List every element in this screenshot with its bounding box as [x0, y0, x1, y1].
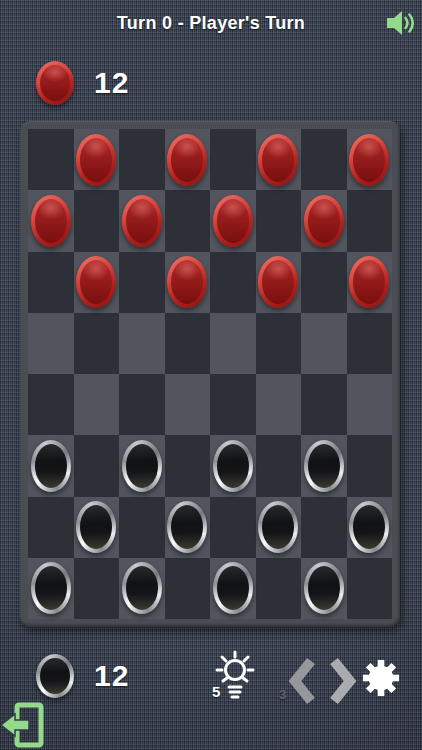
square-r0c6 — [301, 129, 347, 190]
square-r7c4[interactable] — [210, 558, 256, 619]
square-r2c6 — [301, 252, 347, 313]
square-r5c3 — [165, 435, 211, 496]
square-r3c2[interactable] — [119, 313, 165, 374]
exit-icon — [0, 701, 48, 749]
sound-button[interactable] — [385, 9, 417, 37]
square-r6c2 — [119, 497, 165, 558]
red-piece[interactable] — [258, 134, 298, 186]
square-r1c6[interactable] — [301, 190, 347, 251]
square-r3c4[interactable] — [210, 313, 256, 374]
square-r6c3[interactable] — [165, 497, 211, 558]
square-r5c4[interactable] — [210, 435, 256, 496]
square-r2c4 — [210, 252, 256, 313]
exit-button[interactable] — [0, 701, 48, 749]
checkers-board — [20, 121, 400, 627]
square-r1c2[interactable] — [119, 190, 165, 251]
square-r7c5 — [256, 558, 302, 619]
red-piece[interactable] — [76, 134, 116, 186]
settings-button[interactable] — [362, 659, 400, 697]
square-r2c7[interactable] — [347, 252, 393, 313]
square-r1c3 — [165, 190, 211, 251]
redo-button[interactable] — [330, 656, 358, 706]
square-r6c4 — [210, 497, 256, 558]
black-piece[interactable] — [213, 562, 253, 614]
square-r5c1 — [74, 435, 120, 496]
square-r3c0[interactable] — [28, 313, 74, 374]
red-player-hud: 12 — [36, 61, 129, 105]
square-r2c5[interactable] — [256, 252, 302, 313]
board-grid — [28, 129, 392, 619]
speaker-icon — [385, 9, 417, 37]
square-r7c3 — [165, 558, 211, 619]
square-r4c6 — [301, 374, 347, 435]
square-r2c3[interactable] — [165, 252, 211, 313]
black-piece[interactable] — [122, 440, 162, 492]
square-r0c0 — [28, 129, 74, 190]
square-r1c0[interactable] — [28, 190, 74, 251]
undo-count-badge: 3 — [279, 687, 286, 702]
red-piece[interactable] — [258, 256, 298, 308]
square-r7c2[interactable] — [119, 558, 165, 619]
square-r0c2 — [119, 129, 165, 190]
square-r7c1 — [74, 558, 120, 619]
square-r5c0[interactable] — [28, 435, 74, 496]
square-r3c1 — [74, 313, 120, 374]
red-piece[interactable] — [167, 256, 207, 308]
square-r4c0 — [28, 374, 74, 435]
square-r4c7[interactable] — [347, 374, 393, 435]
black-piece[interactable] — [31, 562, 71, 614]
square-r0c3[interactable] — [165, 129, 211, 190]
square-r4c4 — [210, 374, 256, 435]
black-piece[interactable] — [31, 440, 71, 492]
black-piece[interactable] — [76, 501, 116, 553]
red-piece[interactable] — [349, 256, 389, 308]
square-r3c3 — [165, 313, 211, 374]
square-r0c4 — [210, 129, 256, 190]
square-r1c5 — [256, 190, 302, 251]
square-r0c5[interactable] — [256, 129, 302, 190]
undo-button[interactable] — [287, 656, 315, 706]
black-piece[interactable] — [213, 440, 253, 492]
red-piece[interactable] — [167, 134, 207, 186]
square-r5c7 — [347, 435, 393, 496]
red-piece[interactable] — [349, 134, 389, 186]
red-piece-count: 12 — [94, 66, 129, 100]
black-hud-piece — [36, 654, 74, 698]
undo-chevron-icon — [287, 656, 315, 706]
square-r0c7[interactable] — [347, 129, 393, 190]
square-r1c4[interactable] — [210, 190, 256, 251]
square-r3c5 — [256, 313, 302, 374]
red-piece[interactable] — [76, 256, 116, 308]
square-r5c5 — [256, 435, 302, 496]
black-piece[interactable] — [167, 501, 207, 553]
redo-chevron-icon — [330, 656, 358, 706]
black-player-hud: 12 — [36, 654, 129, 698]
black-piece[interactable] — [122, 562, 162, 614]
square-r6c5[interactable] — [256, 497, 302, 558]
square-r4c2 — [119, 374, 165, 435]
black-piece[interactable] — [258, 501, 298, 553]
square-r3c6[interactable] — [301, 313, 347, 374]
square-r7c0[interactable] — [28, 558, 74, 619]
square-r4c3[interactable] — [165, 374, 211, 435]
square-r0c1[interactable] — [74, 129, 120, 190]
square-r6c7[interactable] — [347, 497, 393, 558]
square-r2c2 — [119, 252, 165, 313]
red-piece[interactable] — [213, 195, 253, 247]
red-piece[interactable] — [304, 195, 344, 247]
turn-status-title: Turn 0 - Player's Turn — [0, 13, 422, 34]
red-piece[interactable] — [122, 195, 162, 247]
square-r2c0 — [28, 252, 74, 313]
square-r4c5[interactable] — [256, 374, 302, 435]
gear-icon — [362, 659, 400, 697]
square-r1c1 — [74, 190, 120, 251]
square-r5c2[interactable] — [119, 435, 165, 496]
hint-count-badge: 5 — [212, 683, 220, 700]
square-r6c1[interactable] — [74, 497, 120, 558]
square-r7c6[interactable] — [301, 558, 347, 619]
square-r3c7 — [347, 313, 393, 374]
square-r6c0 — [28, 497, 74, 558]
square-r7c7 — [347, 558, 393, 619]
red-piece[interactable] — [31, 195, 71, 247]
square-r1c7 — [347, 190, 393, 251]
square-r6c6 — [301, 497, 347, 558]
black-piece-count: 12 — [94, 659, 129, 693]
black-piece[interactable] — [349, 501, 389, 553]
square-r2c1[interactable] — [74, 252, 120, 313]
black-piece[interactable] — [304, 440, 344, 492]
square-r4c1[interactable] — [74, 374, 120, 435]
red-hud-piece — [36, 61, 74, 105]
square-r5c6[interactable] — [301, 435, 347, 496]
black-piece[interactable] — [304, 562, 344, 614]
